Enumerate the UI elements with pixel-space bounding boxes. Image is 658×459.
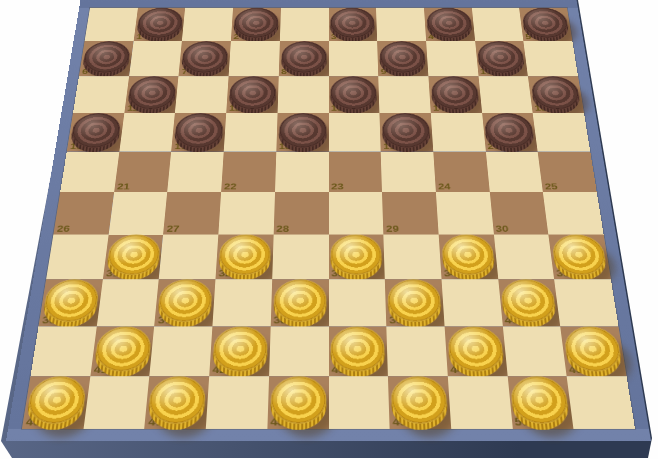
light-piece[interactable]	[387, 279, 442, 322]
light-square	[175, 76, 228, 113]
square-47[interactable]: 47	[145, 376, 210, 429]
light-square	[486, 152, 544, 192]
square-48[interactable]: 48	[267, 376, 328, 429]
dark-piece[interactable]	[278, 113, 326, 148]
square-number: 28	[276, 224, 289, 234]
square-23[interactable]: 23	[329, 152, 383, 192]
square-38[interactable]: 38	[270, 279, 328, 326]
piece-face	[331, 326, 386, 371]
square-number: 21	[117, 182, 131, 192]
square-46[interactable]: 46	[22, 376, 90, 429]
light-piece[interactable]	[441, 234, 496, 274]
piece-face	[273, 279, 326, 322]
dark-piece[interactable]	[174, 113, 225, 148]
checkers-board: 1234567891011121314151617181920212223242…	[22, 8, 635, 429]
square-number: 30	[495, 224, 509, 234]
light-square	[441, 279, 502, 326]
light-square	[436, 192, 494, 235]
light-square	[329, 192, 384, 235]
piece-face	[330, 76, 377, 109]
square-26[interactable]: 26	[53, 192, 114, 235]
square-17[interactable]: 17	[171, 113, 226, 152]
light-square	[329, 41, 379, 76]
piece-face	[390, 376, 448, 423]
square-number: 23	[331, 182, 344, 192]
light-square	[159, 235, 218, 280]
square-number: 25	[544, 182, 558, 192]
square-10[interactable]: 10	[475, 41, 528, 76]
square-number: 29	[386, 224, 399, 234]
light-square	[30, 326, 96, 376]
light-piece[interactable]	[42, 279, 101, 322]
light-square	[524, 41, 578, 76]
square-40[interactable]: 40	[498, 279, 561, 326]
light-square	[554, 279, 618, 326]
dark-piece[interactable]	[69, 113, 122, 148]
dark-piece[interactable]	[330, 76, 377, 109]
light-piece[interactable]	[25, 376, 88, 423]
piece-face	[379, 41, 426, 73]
light-square	[119, 113, 175, 152]
light-square	[478, 76, 533, 113]
light-square	[168, 152, 224, 192]
square-36[interactable]: 36	[39, 279, 103, 326]
light-piece[interactable]	[270, 376, 327, 423]
dark-piece[interactable]	[484, 113, 536, 148]
light-square	[386, 326, 447, 376]
light-square	[376, 8, 426, 42]
light-square	[224, 113, 278, 152]
square-44[interactable]: 44	[444, 326, 507, 376]
square-5[interactable]: 5	[519, 8, 572, 42]
dark-piece[interactable]	[521, 7, 570, 37]
square-13[interactable]: 13	[329, 76, 380, 113]
light-square	[329, 376, 390, 429]
light-square	[384, 235, 442, 280]
square-45[interactable]: 45	[560, 326, 626, 376]
square-27[interactable]: 27	[163, 192, 221, 235]
light-square	[533, 113, 590, 152]
piece-face	[330, 7, 375, 37]
light-square	[73, 76, 129, 113]
checkers-game-view: 1234567891011121314151617181920212223242…	[0, 0, 658, 459]
square-34[interactable]: 34	[439, 235, 498, 280]
square-1[interactable]: 1	[133, 8, 185, 42]
light-square	[85, 8, 138, 42]
light-piece[interactable]	[563, 326, 624, 371]
piece-face	[281, 41, 327, 73]
square-12[interactable]: 12	[226, 76, 278, 113]
dark-piece[interactable]	[233, 7, 279, 37]
light-square	[46, 235, 108, 280]
square-number: 27	[166, 224, 180, 234]
light-piece[interactable]	[157, 279, 213, 322]
square-39[interactable]: 39	[385, 279, 445, 326]
square-number: 22	[224, 182, 237, 192]
square-6[interactable]: 6	[79, 41, 133, 76]
light-square	[212, 279, 272, 326]
light-square	[108, 192, 167, 235]
square-32[interactable]: 32	[216, 235, 274, 280]
light-square	[448, 376, 513, 429]
light-piece[interactable]	[500, 279, 558, 322]
square-37[interactable]: 37	[154, 279, 215, 326]
light-square	[494, 235, 555, 280]
light-square	[129, 41, 182, 76]
square-28[interactable]: 28	[273, 192, 328, 235]
checkers-board-frame: 1234567891011121314151617181920212223242…	[6, 0, 651, 441]
light-square	[472, 8, 524, 42]
light-square	[378, 76, 430, 113]
square-30[interactable]: 30	[489, 192, 548, 235]
square-31[interactable]: 31	[103, 235, 164, 280]
dark-piece[interactable]	[530, 76, 581, 109]
square-42[interactable]: 42	[209, 326, 270, 376]
light-square	[280, 8, 329, 42]
light-square	[182, 8, 233, 42]
light-square	[431, 113, 486, 152]
light-piece[interactable]	[147, 376, 207, 423]
square-41[interactable]: 41	[90, 326, 154, 376]
dark-piece[interactable]	[426, 7, 473, 37]
light-piece[interactable]	[212, 326, 268, 371]
light-square	[381, 152, 436, 192]
piece-face	[382, 113, 431, 148]
piece-face	[331, 234, 383, 274]
square-16[interactable]: 16	[67, 113, 124, 152]
light-square	[329, 113, 381, 152]
square-18[interactable]: 18	[276, 113, 328, 152]
light-piece[interactable]	[331, 234, 383, 274]
light-square	[275, 152, 329, 192]
light-piece[interactable]	[218, 234, 271, 274]
square-20[interactable]: 20	[482, 113, 538, 152]
square-25[interactable]: 25	[538, 152, 597, 192]
light-square	[277, 76, 328, 113]
square-21[interactable]: 21	[114, 152, 172, 192]
square-2[interactable]: 2	[231, 8, 281, 42]
light-piece[interactable]	[390, 376, 448, 423]
square-8[interactable]: 8	[279, 41, 329, 76]
light-square	[272, 235, 328, 280]
light-square	[269, 326, 329, 376]
light-square	[502, 326, 566, 376]
light-piece[interactable]	[510, 376, 571, 423]
light-square	[60, 152, 119, 192]
light-square	[543, 192, 604, 235]
light-square	[96, 279, 159, 326]
dark-piece[interactable]	[228, 76, 276, 109]
square-11[interactable]: 11	[124, 76, 179, 113]
square-50[interactable]: 50	[507, 376, 573, 429]
light-square	[426, 41, 478, 76]
light-square	[229, 41, 280, 76]
light-piece[interactable]	[447, 326, 505, 371]
light-piece[interactable]	[551, 234, 608, 274]
piece-face	[387, 279, 442, 322]
square-number: 26	[56, 224, 70, 234]
square-33[interactable]: 33	[329, 235, 385, 280]
dark-piece[interactable]	[379, 41, 426, 73]
light-square	[83, 376, 149, 429]
piece-face	[278, 113, 326, 148]
dark-piece[interactable]	[181, 41, 229, 73]
dark-piece[interactable]	[430, 76, 479, 109]
square-22[interactable]: 22	[221, 152, 276, 192]
dark-piece[interactable]	[382, 113, 431, 148]
square-4[interactable]: 4	[424, 8, 475, 42]
light-piece[interactable]	[93, 326, 152, 371]
square-24[interactable]: 24	[433, 152, 489, 192]
square-3[interactable]: 3	[329, 8, 378, 42]
dark-piece[interactable]	[477, 41, 526, 73]
dark-piece[interactable]	[330, 7, 375, 37]
square-9[interactable]: 9	[377, 41, 428, 76]
square-number: 24	[438, 182, 451, 192]
light-square	[206, 376, 269, 429]
light-piece[interactable]	[273, 279, 326, 322]
dark-piece[interactable]	[281, 41, 327, 73]
square-29[interactable]: 29	[382, 192, 438, 235]
square-7[interactable]: 7	[179, 41, 231, 76]
square-15[interactable]: 15	[528, 76, 584, 113]
dark-piece[interactable]	[127, 76, 177, 109]
square-19[interactable]: 19	[380, 113, 434, 152]
light-piece[interactable]	[331, 326, 386, 371]
dark-piece[interactable]	[81, 41, 131, 73]
light-square	[218, 192, 274, 235]
square-14[interactable]: 14	[428, 76, 481, 113]
square-43[interactable]: 43	[329, 326, 389, 376]
piece-face	[270, 376, 327, 423]
square-49[interactable]: 49	[388, 376, 451, 429]
light-square	[150, 326, 213, 376]
dark-piece[interactable]	[136, 7, 184, 37]
square-35[interactable]: 35	[549, 235, 611, 280]
light-square	[329, 279, 387, 326]
light-square	[567, 376, 635, 429]
light-piece[interactable]	[105, 234, 161, 274]
